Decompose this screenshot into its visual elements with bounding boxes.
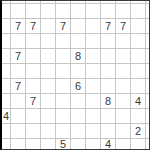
grid-cell[interactable] (101, 34, 116, 49)
grid-cell[interactable] (146, 109, 149, 124)
grid-cell[interactable] (146, 34, 149, 49)
grid-cell[interactable] (56, 34, 71, 49)
grid-cell[interactable] (26, 64, 41, 79)
grid-cell[interactable] (71, 94, 86, 109)
grid-cell[interactable] (116, 34, 131, 49)
puzzle-grid: 7777778767844254 (0, 0, 150, 150)
grid-cell[interactable] (131, 64, 146, 79)
grid-cell[interactable] (11, 4, 26, 19)
grid-cell[interactable] (56, 94, 71, 109)
grid-cell[interactable] (26, 79, 41, 94)
grid-cell[interactable] (71, 124, 86, 139)
grid-cell[interactable] (116, 109, 131, 124)
grid-cell[interactable] (41, 94, 56, 109)
grid-cell[interactable] (11, 34, 26, 49)
grid-cell[interactable]: 7 (26, 94, 41, 109)
grid-cell[interactable]: 8 (71, 49, 86, 64)
grid-cell[interactable] (56, 109, 71, 124)
grid-cell[interactable]: 7 (101, 19, 116, 34)
grid-cell[interactable] (2, 49, 11, 64)
grid-cell[interactable] (2, 64, 11, 79)
grid-cell[interactable] (116, 124, 131, 139)
grid-cell[interactable] (86, 124, 101, 139)
grid-cell[interactable] (86, 139, 101, 149)
given-number: 7 (105, 21, 111, 32)
grid-cell[interactable]: 4 (131, 94, 146, 109)
given-number: 6 (75, 81, 81, 92)
grid-cell[interactable] (101, 79, 116, 94)
given-number: 7 (15, 21, 21, 32)
grid-cell[interactable] (41, 139, 56, 149)
grid-cell[interactable] (2, 79, 11, 94)
grid-cell[interactable] (146, 4, 149, 19)
given-number: 7 (15, 51, 21, 62)
grid-cell[interactable] (2, 19, 11, 34)
grid-cell[interactable] (146, 19, 149, 34)
grid-cell[interactable] (86, 64, 101, 79)
grid-cell[interactable] (41, 79, 56, 94)
grid-cell[interactable] (86, 34, 101, 49)
grid-cell[interactable] (101, 124, 116, 139)
grid-cell[interactable] (71, 34, 86, 49)
grid-cell[interactable] (101, 4, 116, 19)
given-number: 5 (60, 139, 66, 149)
grid-cell[interactable] (11, 94, 26, 109)
grid-cell[interactable] (86, 4, 101, 19)
grid-cell[interactable] (116, 64, 131, 79)
grid-cell[interactable] (86, 94, 101, 109)
grid-cell[interactable] (86, 109, 101, 124)
grid-cell[interactable]: 7 (56, 19, 71, 34)
grid-cell[interactable] (2, 34, 11, 49)
given-number: 4 (3, 111, 9, 122)
grid-cell[interactable] (116, 94, 131, 109)
grid-cell[interactable] (41, 64, 56, 79)
grid-cell[interactable]: 6 (71, 79, 86, 94)
grid-cell[interactable] (56, 124, 71, 139)
grid-cell[interactable] (26, 124, 41, 139)
grid-cell[interactable] (41, 34, 56, 49)
grid-cell[interactable] (26, 109, 41, 124)
grid-cell[interactable] (56, 4, 71, 19)
grid-cell[interactable] (116, 139, 131, 149)
grid-cell[interactable] (131, 4, 146, 19)
grid-cell[interactable] (101, 109, 116, 124)
grid-cell[interactable] (56, 64, 71, 79)
given-number: 7 (120, 21, 126, 32)
grid-cell[interactable]: 7 (26, 19, 41, 34)
given-number: 8 (105, 96, 111, 107)
grid-cell[interactable]: 5 (56, 139, 71, 149)
given-number: 8 (75, 51, 81, 62)
grid-cell[interactable]: 4 (101, 139, 116, 149)
grid-cell[interactable] (71, 19, 86, 34)
grid-cell[interactable] (116, 4, 131, 19)
grid-cell[interactable] (2, 124, 11, 139)
grid-cell[interactable] (146, 64, 149, 79)
given-number: 4 (105, 139, 111, 149)
grid-cell[interactable] (131, 34, 146, 49)
grid-cell[interactable]: 4 (2, 109, 11, 124)
grid-cell[interactable] (146, 49, 149, 64)
grid-cell[interactable] (41, 109, 56, 124)
grid-cell[interactable] (131, 79, 146, 94)
grid-cell[interactable] (86, 49, 101, 64)
grid-cell[interactable] (131, 49, 146, 64)
grid-cell[interactable] (41, 124, 56, 139)
grid-cell[interactable] (101, 49, 116, 64)
grid-cell[interactable] (26, 139, 41, 149)
grid-cell[interactable] (116, 49, 131, 64)
grid-cell[interactable] (146, 124, 149, 139)
grid-cell[interactable] (101, 64, 116, 79)
given-number: 7 (30, 96, 36, 107)
grid-cell[interactable] (26, 49, 41, 64)
grid-cell[interactable] (86, 19, 101, 34)
grid-cell[interactable] (2, 139, 11, 149)
grid-cell[interactable] (11, 109, 26, 124)
grid-cell[interactable] (86, 79, 101, 94)
grid-cell[interactable] (2, 94, 11, 109)
given-number: 7 (60, 21, 66, 32)
grid-cell[interactable] (131, 109, 146, 124)
given-number: 2 (135, 126, 141, 137)
grid-cell[interactable]: 7 (11, 49, 26, 64)
grid-cell[interactable] (41, 49, 56, 64)
grid-cell[interactable] (71, 109, 86, 124)
grid-cell[interactable] (146, 79, 149, 94)
grid-cell[interactable]: 7 (11, 19, 26, 34)
grid-cell[interactable] (11, 124, 26, 139)
given-number: 7 (15, 81, 21, 92)
grid-cell[interactable]: 8 (101, 94, 116, 109)
grid-cell[interactable] (71, 64, 86, 79)
grid-cell[interactable] (11, 139, 26, 149)
grid-cell[interactable] (56, 79, 71, 94)
grid-cell[interactable] (71, 139, 86, 149)
grid-cell[interactable]: 7 (11, 79, 26, 94)
grid-cell[interactable] (41, 19, 56, 34)
given-number: 4 (135, 96, 141, 107)
grid-cell[interactable] (146, 94, 149, 109)
grid-cell[interactable] (131, 139, 146, 149)
grid-cell[interactable] (11, 64, 26, 79)
grid-cell[interactable] (56, 49, 71, 64)
grid-cell[interactable]: 7 (116, 19, 131, 34)
grid-cell[interactable] (26, 4, 41, 19)
grid-cell[interactable]: 2 (131, 124, 146, 139)
grid-cell[interactable] (116, 79, 131, 94)
grid-cell[interactable] (2, 4, 11, 19)
grid-cell[interactable] (41, 4, 56, 19)
grid-cell[interactable] (71, 4, 86, 19)
grid-cell[interactable] (131, 19, 146, 34)
grid-cell[interactable] (26, 34, 41, 49)
given-number: 7 (30, 21, 36, 32)
grid-cell[interactable] (146, 139, 149, 149)
